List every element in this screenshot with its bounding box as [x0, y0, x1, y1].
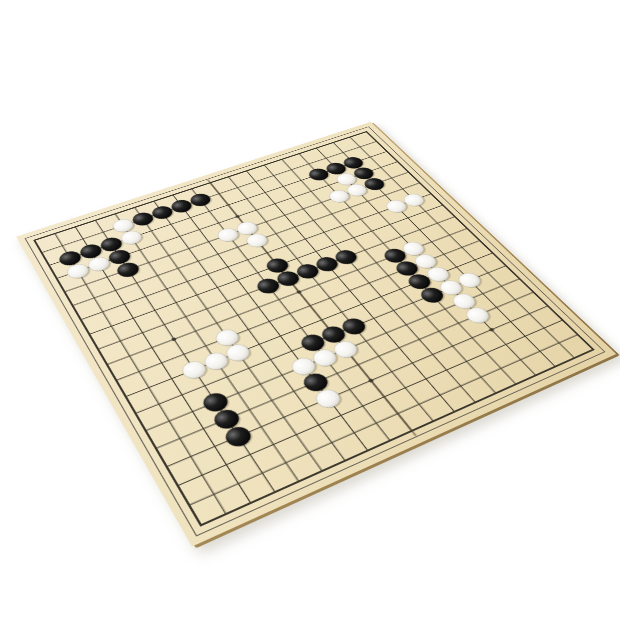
go-board	[16, 122, 616, 547]
go-board-svg	[16, 122, 616, 547]
board-base-layer	[16, 122, 616, 547]
board-wood-face	[16, 122, 616, 547]
product-photo-scene	[0, 0, 620, 620]
board-face	[16, 122, 616, 547]
